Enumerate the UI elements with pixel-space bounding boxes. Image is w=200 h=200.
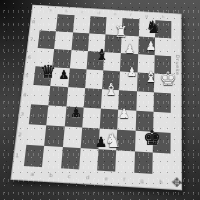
black-knight-g8: ♞ xyxy=(145,19,160,36)
black-queen-a5: ♛ xyxy=(40,63,56,81)
white-pawn-f3: ♟ xyxy=(118,107,130,120)
black-king-g2: ♚ xyxy=(143,128,161,148)
white-knight-e2: ♞ xyxy=(104,131,121,150)
black-bishop-d6: ♝ xyxy=(95,48,108,63)
pieces-layer: ♜♞♟♟♝♛♟♟♝♚♝♟♟♟♞♚ xyxy=(0,0,200,200)
white-bishop-g5: ♝ xyxy=(144,70,157,85)
white-pawn-f7: ♟ xyxy=(125,43,136,55)
white-bishop-e4: ♝ xyxy=(104,82,118,98)
white-rook-e8: ♜ xyxy=(114,25,127,40)
white-pawn-g7: ♟ xyxy=(146,40,157,52)
black-pawn-b5: ♟ xyxy=(59,69,70,81)
white-king-h5: ♚ xyxy=(159,69,176,88)
chessboard-photo: abcdefgh abcdefgh 87654321 Drueke ✥ ♜♞♟♟… xyxy=(0,0,200,200)
black-pawn-c3: ♟ xyxy=(70,106,82,119)
white-pawn-f5: ♟ xyxy=(127,66,138,78)
